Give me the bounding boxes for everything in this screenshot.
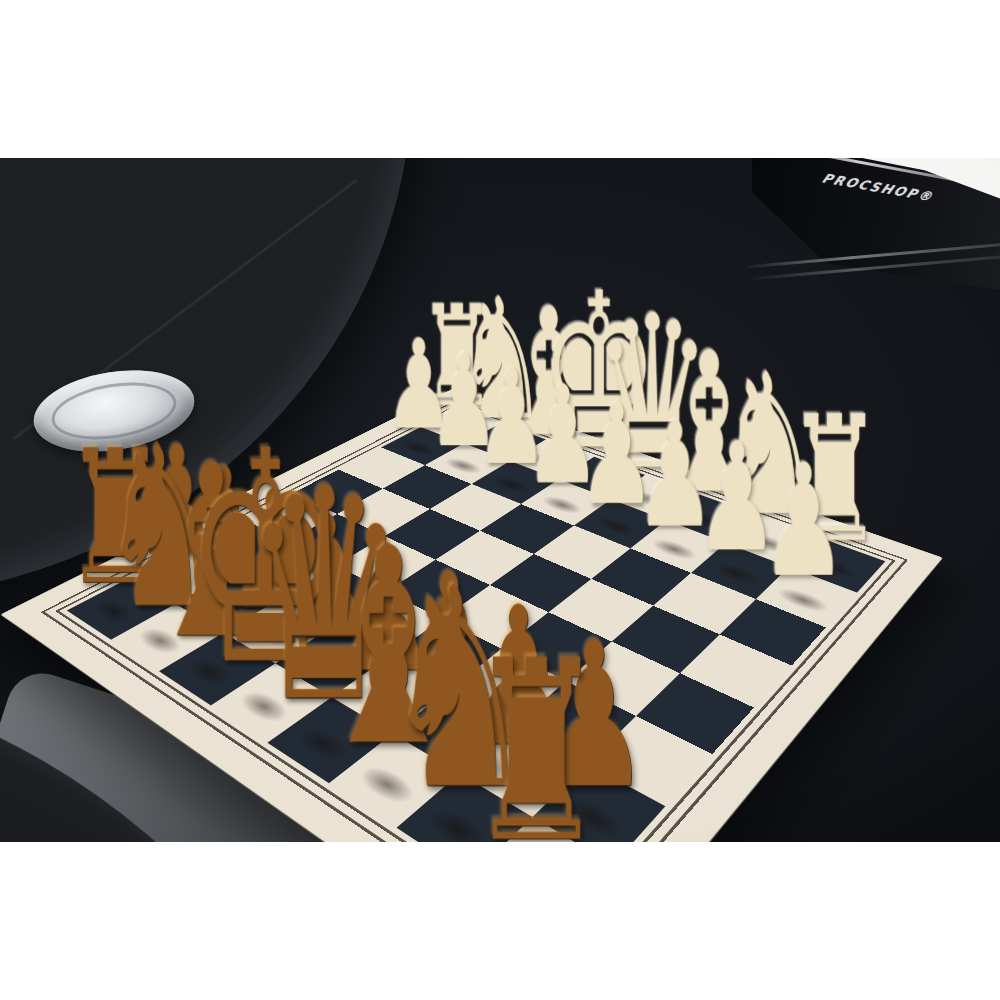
white-pawn: ♟ bbox=[722, 444, 886, 599]
photo-of-chess-table: PROCSHOP® ♜♞♝♚♛♝♞♜♟♟♟♟♟♟♟♟♟♟♟♟♟♟♟♟♜♞♝♚♛♝… bbox=[0, 158, 1000, 842]
letterbox-bottom bbox=[0, 842, 1000, 1000]
screenshot: PROCSHOP® ♜♞♝♚♛♝♞♜♟♟♟♟♟♟♟♟♟♟♟♟♟♟♟♟♜♞♝♚♛♝… bbox=[0, 0, 1000, 1000]
square-a8: ♜ bbox=[471, 817, 613, 842]
letterbox-top bbox=[0, 0, 1000, 158]
black-rook: ♜ bbox=[424, 627, 649, 842]
